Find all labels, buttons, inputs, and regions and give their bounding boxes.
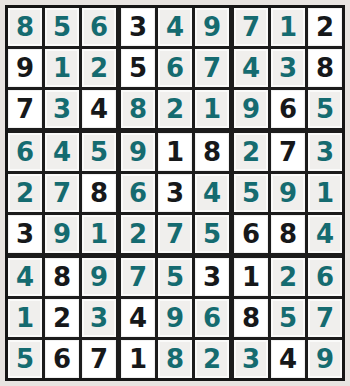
cell-r3c6[interactable]: 1 xyxy=(195,90,229,128)
cell-r1c6[interactable]: 9 xyxy=(195,8,229,46)
cell-r9c2[interactable]: 6 xyxy=(45,340,79,378)
cell-r8c8[interactable]: 5 xyxy=(271,299,305,337)
cell-r9c1[interactable]: 5 xyxy=(8,340,42,378)
cell-r5c2[interactable]: 7 xyxy=(45,174,79,212)
cell-r7c1[interactable]: 4 xyxy=(8,258,42,296)
cell-r2c1[interactable]: 9 xyxy=(8,49,42,87)
cell-r4c5[interactable]: 1 xyxy=(158,133,192,171)
cell-r9c5[interactable]: 8 xyxy=(158,340,192,378)
cell-r5c3[interactable]: 8 xyxy=(82,174,116,212)
cell-r7c3[interactable]: 9 xyxy=(82,258,116,296)
cell-r5c1[interactable]: 2 xyxy=(8,174,42,212)
cell-r1c9[interactable]: 2 xyxy=(308,8,342,46)
cell-r2c8[interactable]: 3 xyxy=(271,49,305,87)
cell-r7c4[interactable]: 7 xyxy=(121,258,155,296)
box-1: 856912734 xyxy=(8,8,116,128)
cell-r1c2[interactable]: 5 xyxy=(45,8,79,46)
box-2: 349567821 xyxy=(121,8,229,128)
cell-r6c6[interactable]: 5 xyxy=(195,215,229,253)
sudoku-board: 8569127343495678217124389656452783919186… xyxy=(5,5,345,381)
cell-r1c8[interactable]: 1 xyxy=(271,8,305,46)
cell-r6c1[interactable]: 3 xyxy=(8,215,42,253)
cell-r5c4[interactable]: 6 xyxy=(121,174,155,212)
cell-r8c6[interactable]: 6 xyxy=(195,299,229,337)
cell-r9c8[interactable]: 4 xyxy=(271,340,305,378)
cell-r9c3[interactable]: 7 xyxy=(82,340,116,378)
cell-r6c8[interactable]: 8 xyxy=(271,215,305,253)
cell-r8c5[interactable]: 9 xyxy=(158,299,192,337)
cell-r4c2[interactable]: 4 xyxy=(45,133,79,171)
cell-r7c8[interactable]: 2 xyxy=(271,258,305,296)
cell-r3c4[interactable]: 8 xyxy=(121,90,155,128)
cell-r7c2[interactable]: 8 xyxy=(45,258,79,296)
cell-r3c3[interactable]: 4 xyxy=(82,90,116,128)
cell-r5c6[interactable]: 4 xyxy=(195,174,229,212)
cell-r1c7[interactable]: 7 xyxy=(234,8,268,46)
cell-r9c9[interactable]: 9 xyxy=(308,340,342,378)
cell-r4c9[interactable]: 3 xyxy=(308,133,342,171)
cell-r3c9[interactable]: 5 xyxy=(308,90,342,128)
cell-r2c3[interactable]: 2 xyxy=(82,49,116,87)
box-5: 918634275 xyxy=(121,133,229,253)
cell-r5c9[interactable]: 1 xyxy=(308,174,342,212)
cell-r9c6[interactable]: 2 xyxy=(195,340,229,378)
cell-r1c4[interactable]: 3 xyxy=(121,8,155,46)
cell-r7c7[interactable]: 1 xyxy=(234,258,268,296)
cell-r6c3[interactable]: 1 xyxy=(82,215,116,253)
cell-r2c5[interactable]: 6 xyxy=(158,49,192,87)
cell-r7c9[interactable]: 6 xyxy=(308,258,342,296)
cell-r5c8[interactable]: 9 xyxy=(271,174,305,212)
box-3: 712438965 xyxy=(234,8,342,128)
cell-r4c7[interactable]: 2 xyxy=(234,133,268,171)
cell-r4c6[interactable]: 8 xyxy=(195,133,229,171)
cell-r3c1[interactable]: 7 xyxy=(8,90,42,128)
cell-r6c9[interactable]: 4 xyxy=(308,215,342,253)
cell-r7c5[interactable]: 5 xyxy=(158,258,192,296)
box-8: 753496182 xyxy=(121,258,229,378)
cell-r2c4[interactable]: 5 xyxy=(121,49,155,87)
cell-r9c4[interactable]: 1 xyxy=(121,340,155,378)
cell-r6c5[interactable]: 7 xyxy=(158,215,192,253)
cell-r3c7[interactable]: 9 xyxy=(234,90,268,128)
cell-r8c7[interactable]: 8 xyxy=(234,299,268,337)
cell-r3c8[interactable]: 6 xyxy=(271,90,305,128)
cell-r4c4[interactable]: 9 xyxy=(121,133,155,171)
box-4: 645278391 xyxy=(8,133,116,253)
cell-r4c1[interactable]: 6 xyxy=(8,133,42,171)
cell-r5c5[interactable]: 3 xyxy=(158,174,192,212)
cell-r4c8[interactable]: 7 xyxy=(271,133,305,171)
cell-r8c4[interactable]: 4 xyxy=(121,299,155,337)
cell-r7c6[interactable]: 3 xyxy=(195,258,229,296)
cell-r8c1[interactable]: 1 xyxy=(8,299,42,337)
box-9: 126857349 xyxy=(234,258,342,378)
cell-r4c3[interactable]: 5 xyxy=(82,133,116,171)
cell-r5c7[interactable]: 5 xyxy=(234,174,268,212)
cell-r9c7[interactable]: 3 xyxy=(234,340,268,378)
cell-r3c2[interactable]: 3 xyxy=(45,90,79,128)
sudoku-page: 8569127343495678217124389656452783919186… xyxy=(0,0,350,386)
box-7: 489123567 xyxy=(8,258,116,378)
cell-r2c9[interactable]: 8 xyxy=(308,49,342,87)
cell-r2c7[interactable]: 4 xyxy=(234,49,268,87)
cell-r2c6[interactable]: 7 xyxy=(195,49,229,87)
box-6: 273591684 xyxy=(234,133,342,253)
cell-r6c4[interactable]: 2 xyxy=(121,215,155,253)
cell-r1c3[interactable]: 6 xyxy=(82,8,116,46)
cell-r2c2[interactable]: 1 xyxy=(45,49,79,87)
cell-r8c3[interactable]: 3 xyxy=(82,299,116,337)
cell-r3c5[interactable]: 2 xyxy=(158,90,192,128)
cell-r8c2[interactable]: 2 xyxy=(45,299,79,337)
cell-r8c9[interactable]: 7 xyxy=(308,299,342,337)
cell-r1c5[interactable]: 4 xyxy=(158,8,192,46)
cell-r6c7[interactable]: 6 xyxy=(234,215,268,253)
cell-r1c1[interactable]: 8 xyxy=(8,8,42,46)
cell-r6c2[interactable]: 9 xyxy=(45,215,79,253)
